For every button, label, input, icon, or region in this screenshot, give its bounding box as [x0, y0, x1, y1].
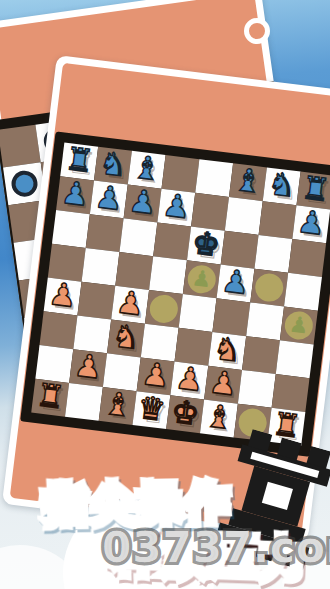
piece-blue-pawn-c7[interactable]: ♟ [127, 184, 158, 218]
move-hint-d4[interactable] [148, 293, 179, 324]
move-hint-e5-ghost-pawn[interactable]: ♟ [186, 264, 217, 295]
back-piece-blue-disc [10, 169, 39, 198]
square-g2[interactable] [238, 370, 276, 408]
piece-orange-pawn-e2[interactable]: ♟ [174, 361, 205, 395]
piece-blue-rook-a8[interactable]: ♜ [64, 142, 95, 176]
square-d5[interactable] [149, 256, 187, 294]
square-b7[interactable]: ♟ [90, 180, 128, 218]
piece-blue-pawn-a7[interactable]: ♟ [60, 176, 91, 210]
square-e1[interactable]: ♚ [166, 395, 204, 433]
front-board-frame: ♜♞♝♝♞♜♟♟♟♟♟♚♟♟♟♟♟♞♞♟♟♟♟♜♝♛♚♝♜ [20, 131, 330, 456]
piece-orange-bishop-c1[interactable]: ♝ [102, 387, 133, 421]
piece-blue-pawn-f5[interactable]: ♟ [220, 264, 251, 298]
piece-orange-bishop-f1[interactable]: ♝ [203, 399, 234, 433]
square-f1[interactable]: ♝ [200, 399, 238, 437]
piece-orange-knight-f3[interactable]: ♞ [212, 332, 243, 366]
piece-blue-rook-h8[interactable]: ♜ [300, 171, 330, 205]
ghost-pawn-icon: ♟ [288, 313, 310, 337]
piece-orange-pawn-a4[interactable]: ♟ [47, 277, 78, 311]
square-c1[interactable]: ♝ [99, 387, 137, 425]
square-b6[interactable] [86, 214, 124, 252]
piece-blue-pawn-h7[interactable]: ♟ [296, 205, 327, 239]
screenshot-stage: ♜♞♝♝♞♜♟♟♟♟♟♚♟♟♟♟♟♞♞♟♟♟♟♜♝♛♚♝♜ 释放压力 释放压力 … [0, 0, 330, 589]
card-notch [244, 18, 270, 44]
square-c3[interactable]: ♞ [107, 320, 145, 358]
square-h6[interactable] [288, 239, 326, 277]
square-e6[interactable]: ♚ [187, 227, 225, 265]
move-hint-g5[interactable] [254, 272, 285, 303]
square-e5[interactable]: ♟ [183, 260, 221, 298]
piece-orange-pawn-c4[interactable]: ♟ [115, 286, 146, 320]
square-b1[interactable] [65, 383, 103, 421]
square-g7[interactable] [259, 201, 297, 239]
square-h5[interactable] [284, 273, 322, 311]
square-a7[interactable]: ♟ [56, 176, 94, 214]
piece-blue-knight-b8[interactable]: ♞ [97, 147, 128, 181]
square-g8[interactable]: ♞ [263, 167, 301, 205]
square-c7[interactable]: ♟ [124, 185, 162, 223]
square-a4[interactable]: ♟ [44, 278, 82, 316]
square-b4[interactable] [77, 282, 115, 320]
square-a3[interactable] [40, 311, 78, 349]
piece-blue-bishop-c8[interactable]: ♝ [131, 151, 162, 185]
square-g3[interactable] [242, 336, 280, 374]
piece-orange-pawn-b2[interactable]: ♟ [73, 349, 104, 383]
move-hint-h4-ghost-pawn[interactable]: ♟ [283, 310, 314, 341]
square-h7[interactable]: ♟ [292, 205, 330, 243]
square-d6[interactable] [153, 222, 191, 260]
piece-orange-queen-d1[interactable]: ♛ [136, 391, 167, 425]
square-d4[interactable] [145, 290, 183, 328]
piece-orange-pawn-d2[interactable]: ♟ [140, 357, 171, 391]
square-f7[interactable] [225, 197, 263, 235]
square-c6[interactable] [119, 218, 157, 256]
piece-blue-knight-g8[interactable]: ♞ [266, 167, 297, 201]
square-g5[interactable] [250, 269, 288, 307]
piece-orange-pawn-f2[interactable]: ♟ [208, 366, 239, 400]
square-g6[interactable] [254, 235, 292, 273]
piece-blue-king-e6[interactable]: ♚ [190, 227, 221, 261]
square-g4[interactable] [246, 302, 284, 340]
piece-orange-king-e1[interactable]: ♚ [170, 395, 201, 429]
piece-orange-rook-a1[interactable]: ♜ [35, 379, 66, 413]
square-h4[interactable]: ♟ [280, 307, 318, 345]
square-b5[interactable] [82, 248, 120, 286]
piece-blue-pawn-b7[interactable]: ♟ [93, 180, 124, 214]
square-d1[interactable]: ♛ [132, 391, 170, 429]
square-d7[interactable]: ♟ [157, 189, 195, 227]
chess-board[interactable]: ♜♞♝♝♞♜♟♟♟♟♟♚♟♟♟♟♟♞♞♟♟♟♟♜♝♛♚♝♜ [31, 143, 330, 446]
square-h3[interactable] [276, 340, 314, 378]
piece-blue-pawn-d7[interactable]: ♟ [161, 189, 192, 223]
square-b2[interactable]: ♟ [69, 349, 107, 387]
square-e4[interactable] [179, 294, 217, 332]
square-f8[interactable]: ♝ [229, 163, 267, 201]
piece-blue-bishop-f8[interactable]: ♝ [232, 163, 263, 197]
square-f5[interactable]: ♟ [217, 265, 255, 303]
square-a6[interactable] [52, 210, 90, 248]
piece-orange-knight-c3[interactable]: ♞ [111, 319, 142, 353]
square-a1[interactable]: ♜ [31, 379, 69, 417]
square-e8[interactable] [195, 159, 233, 197]
ghost-pawn-icon: ♟ [191, 267, 213, 291]
back-square-r0c0 [0, 125, 41, 168]
